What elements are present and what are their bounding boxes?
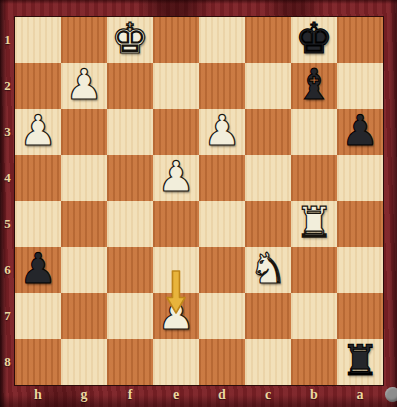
square-h3[interactable]: ♟ [15, 109, 61, 155]
square-a8[interactable]: ♜ [337, 339, 383, 385]
square-a5[interactable] [337, 201, 383, 247]
square-d8[interactable] [199, 339, 245, 385]
file-labels: hgfedcba [15, 385, 383, 405]
square-h1[interactable] [15, 17, 61, 63]
square-d5[interactable] [199, 201, 245, 247]
piece-white-rook-b5[interactable]: ♜ [295, 202, 333, 244]
square-e3[interactable] [153, 109, 199, 155]
square-f1[interactable]: ♚ [107, 17, 153, 63]
square-e2[interactable] [153, 63, 199, 109]
square-h4[interactable] [15, 155, 61, 201]
file-label-d: d [199, 385, 245, 405]
square-b3[interactable] [291, 109, 337, 155]
square-g2[interactable]: ♟ [61, 63, 107, 109]
square-e4[interactable]: ♟ [153, 155, 199, 201]
rank-label-8: 8 [0, 339, 15, 385]
square-f8[interactable] [107, 339, 153, 385]
square-e8[interactable] [153, 339, 199, 385]
square-g3[interactable] [61, 109, 107, 155]
square-c7[interactable] [245, 293, 291, 339]
square-g7[interactable] [61, 293, 107, 339]
square-h8[interactable] [15, 339, 61, 385]
rank-label-7: 7 [0, 293, 15, 339]
square-g8[interactable] [61, 339, 107, 385]
file-label-c: c [245, 385, 291, 405]
rank-label-3: 3 [0, 109, 15, 155]
square-g5[interactable] [61, 201, 107, 247]
square-a4[interactable] [337, 155, 383, 201]
rank-label-1: 1 [0, 17, 15, 63]
square-c1[interactable] [245, 17, 291, 63]
rank-label-6: 6 [0, 247, 15, 293]
square-f7[interactable] [107, 293, 153, 339]
square-d4[interactable] [199, 155, 245, 201]
square-d3[interactable]: ♟ [199, 109, 245, 155]
square-b4[interactable] [291, 155, 337, 201]
square-g6[interactable] [61, 247, 107, 293]
square-a6[interactable] [337, 247, 383, 293]
piece-white-pawn-e4[interactable]: ♟ [157, 156, 195, 198]
square-h7[interactable] [15, 293, 61, 339]
square-f3[interactable] [107, 109, 153, 155]
file-label-h: h [15, 385, 61, 405]
square-f6[interactable] [107, 247, 153, 293]
chessboard-frame: 12345678 ♚♚♟♝♟♟♟♟♜♟♞♟♜ hgfedcba [0, 0, 397, 407]
square-d7[interactable] [199, 293, 245, 339]
square-c4[interactable] [245, 155, 291, 201]
square-h2[interactable] [15, 63, 61, 109]
piece-black-bishop-b2[interactable]: ♝ [295, 64, 333, 106]
piece-white-pawn-h3[interactable]: ♟ [19, 110, 57, 152]
square-b6[interactable] [291, 247, 337, 293]
rank-label-2: 2 [0, 63, 15, 109]
rank-label-4: 4 [0, 155, 15, 201]
square-a2[interactable] [337, 63, 383, 109]
square-f2[interactable] [107, 63, 153, 109]
square-a1[interactable] [337, 17, 383, 63]
square-h6[interactable]: ♟ [15, 247, 61, 293]
square-e1[interactable] [153, 17, 199, 63]
square-c5[interactable] [245, 201, 291, 247]
piece-black-pawn-a3[interactable]: ♟ [341, 110, 379, 152]
piece-black-pawn-h6[interactable]: ♟ [19, 248, 57, 290]
piece-white-pawn-d3[interactable]: ♟ [203, 110, 241, 152]
square-d1[interactable] [199, 17, 245, 63]
square-b8[interactable] [291, 339, 337, 385]
file-label-a: a [337, 385, 383, 405]
file-label-e: e [153, 385, 199, 405]
square-e6[interactable] [153, 247, 199, 293]
square-g1[interactable] [61, 17, 107, 63]
piece-white-pawn-e7[interactable]: ♟ [157, 294, 195, 336]
piece-white-king-f1[interactable]: ♚ [111, 18, 149, 60]
piece-black-rook-a8[interactable]: ♜ [341, 340, 379, 382]
file-label-g: g [61, 385, 107, 405]
square-a3[interactable]: ♟ [337, 109, 383, 155]
square-a7[interactable] [337, 293, 383, 339]
square-f4[interactable] [107, 155, 153, 201]
piece-white-pawn-g2[interactable]: ♟ [65, 64, 103, 106]
file-label-b: b [291, 385, 337, 405]
square-d6[interactable] [199, 247, 245, 293]
square-g4[interactable] [61, 155, 107, 201]
chess-board: ♚♚♟♝♟♟♟♟♜♟♞♟♜ [15, 17, 383, 385]
piece-white-knight-c6[interactable]: ♞ [249, 248, 287, 290]
rank-labels: 12345678 [0, 17, 15, 385]
rank-label-5: 5 [0, 201, 15, 247]
square-c6[interactable]: ♞ [245, 247, 291, 293]
piece-black-king-b1[interactable]: ♚ [295, 18, 333, 60]
corner-dot [385, 387, 397, 402]
square-f5[interactable] [107, 201, 153, 247]
square-h5[interactable] [15, 201, 61, 247]
square-b2[interactable]: ♝ [291, 63, 337, 109]
square-b1[interactable]: ♚ [291, 17, 337, 63]
square-c2[interactable] [245, 63, 291, 109]
square-d2[interactable] [199, 63, 245, 109]
square-b5[interactable]: ♜ [291, 201, 337, 247]
square-c3[interactable] [245, 109, 291, 155]
file-label-f: f [107, 385, 153, 405]
square-c8[interactable] [245, 339, 291, 385]
square-e5[interactable] [153, 201, 199, 247]
square-b7[interactable] [291, 293, 337, 339]
square-e7[interactable]: ♟ [153, 293, 199, 339]
